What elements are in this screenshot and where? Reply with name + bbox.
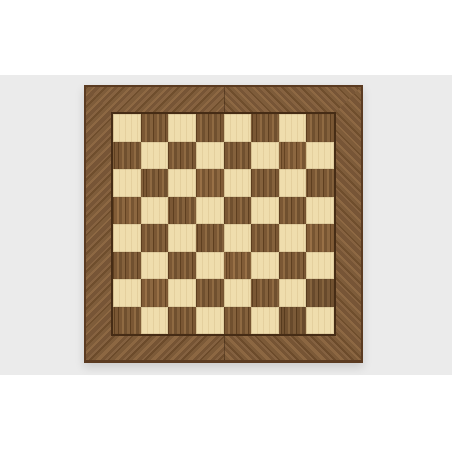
square-h5[interactable]	[306, 197, 334, 225]
square-b2[interactable]	[141, 279, 169, 307]
square-c7[interactable]	[168, 142, 196, 170]
square-d4[interactable]	[196, 224, 224, 252]
square-g8[interactable]	[279, 114, 307, 142]
square-e5[interactable]	[224, 197, 252, 225]
square-h2[interactable]	[306, 279, 334, 307]
square-f4[interactable]	[251, 224, 279, 252]
square-c3[interactable]	[168, 252, 196, 280]
square-e7[interactable]	[224, 142, 252, 170]
square-c4[interactable]	[168, 224, 196, 252]
square-c6[interactable]	[168, 169, 196, 197]
playing-field	[111, 112, 336, 336]
square-g5[interactable]	[279, 197, 307, 225]
chessboard	[84, 85, 363, 363]
square-c8[interactable]	[168, 114, 196, 142]
square-f8[interactable]	[251, 114, 279, 142]
square-d5[interactable]	[196, 197, 224, 225]
square-f3[interactable]	[251, 252, 279, 280]
square-h1[interactable]	[306, 307, 334, 335]
square-b8[interactable]	[141, 114, 169, 142]
square-f7[interactable]	[251, 142, 279, 170]
square-f5[interactable]	[251, 197, 279, 225]
square-h7[interactable]	[306, 142, 334, 170]
square-e1[interactable]	[224, 307, 252, 335]
square-d7[interactable]	[196, 142, 224, 170]
square-a1[interactable]	[113, 307, 141, 335]
square-g3[interactable]	[279, 252, 307, 280]
square-e3[interactable]	[224, 252, 252, 280]
square-b6[interactable]	[141, 169, 169, 197]
square-d8[interactable]	[196, 114, 224, 142]
square-g4[interactable]	[279, 224, 307, 252]
square-h6[interactable]	[306, 169, 334, 197]
square-f6[interactable]	[251, 169, 279, 197]
square-b5[interactable]	[141, 197, 169, 225]
square-d2[interactable]	[196, 279, 224, 307]
square-a4[interactable]	[113, 224, 141, 252]
square-f1[interactable]	[251, 307, 279, 335]
square-g1[interactable]	[279, 307, 307, 335]
square-e2[interactable]	[224, 279, 252, 307]
square-c2[interactable]	[168, 279, 196, 307]
square-a2[interactable]	[113, 279, 141, 307]
square-b4[interactable]	[141, 224, 169, 252]
square-b7[interactable]	[141, 142, 169, 170]
square-g6[interactable]	[279, 169, 307, 197]
square-g7[interactable]	[279, 142, 307, 170]
square-d6[interactable]	[196, 169, 224, 197]
square-a5[interactable]	[113, 197, 141, 225]
square-c5[interactable]	[168, 197, 196, 225]
square-a8[interactable]	[113, 114, 141, 142]
square-b1[interactable]	[141, 307, 169, 335]
square-e4[interactable]	[224, 224, 252, 252]
square-h8[interactable]	[306, 114, 334, 142]
square-a7[interactable]	[113, 142, 141, 170]
square-d3[interactable]	[196, 252, 224, 280]
square-e8[interactable]	[224, 114, 252, 142]
square-b3[interactable]	[141, 252, 169, 280]
square-e6[interactable]	[224, 169, 252, 197]
square-f2[interactable]	[251, 279, 279, 307]
square-g2[interactable]	[279, 279, 307, 307]
square-a6[interactable]	[113, 169, 141, 197]
square-h4[interactable]	[306, 224, 334, 252]
square-h3[interactable]	[306, 252, 334, 280]
square-c1[interactable]	[168, 307, 196, 335]
square-d1[interactable]	[196, 307, 224, 335]
page-background	[0, 0, 452, 452]
square-a3[interactable]	[113, 252, 141, 280]
